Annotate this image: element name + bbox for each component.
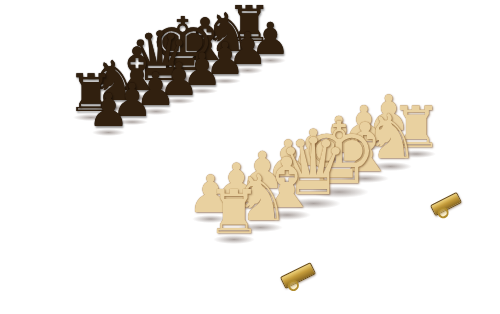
- rank-labels-right: 87654321: [255, 21, 461, 145]
- file-label-h: H: [424, 150, 463, 170]
- file-label-g: G: [194, 28, 224, 43]
- piece-black-pawn-d7: ♟: [156, 57, 201, 102]
- piece-black-knight-g8: ♞: [201, 6, 254, 59]
- piece-black-pawn-a7: ♟: [85, 87, 131, 133]
- piece-black-pawn-h7: ♟: [248, 17, 292, 61]
- corner-inlay-a8: [44, 98, 63, 110]
- piece-white-pawn-g2: ♟: [339, 100, 388, 149]
- piece-white-pawn-h2: ♟: [364, 89, 413, 138]
- file-label-a: A: [237, 237, 275, 260]
- square-a4: [146, 158, 189, 185]
- square-c1: [262, 188, 311, 218]
- square-b2: [213, 182, 260, 211]
- piece-white-pawn-d2: ♟: [263, 134, 313, 185]
- square-f3: [290, 119, 336, 145]
- corner-inlay-h1: [454, 142, 481, 157]
- square-b8: [96, 87, 135, 110]
- rank-label-8: 8: [255, 21, 285, 38]
- fold-seam: [121, 71, 359, 179]
- square-e3: [266, 130, 312, 157]
- rank-label-4: 4: [128, 172, 159, 194]
- piece-black-bishop-f8: ♝: [176, 11, 235, 70]
- file-labels-top: ABCDEFGH: [59, 19, 246, 103]
- square-d8: [141, 67, 180, 90]
- square-e2: [289, 147, 337, 175]
- piece-black-rook-h8: ♜: [225, 0, 274, 49]
- square-c5: [175, 120, 218, 146]
- rank-label-3: 3: [368, 90, 404, 110]
- piece-black-queen-d8: ♛: [126, 23, 194, 91]
- file-label-g: G: [398, 162, 437, 183]
- square-d7: [160, 81, 200, 104]
- square-c7: [137, 91, 177, 115]
- piece-white-bishop-f1: ♝: [331, 114, 399, 182]
- square-a6: [108, 126, 149, 151]
- file-label-f: F: [172, 38, 202, 53]
- square-g3: [314, 108, 361, 134]
- piece-black-pawn-e7: ♟: [179, 47, 224, 92]
- square-g2: [339, 124, 387, 151]
- chess-set-photo: ABCDEFGH ABCDEFGH 87654321 87654321 ♜♞♝♛…: [0, 0, 500, 314]
- piece-white-queen-d1: ♛: [274, 128, 353, 207]
- rank-label-1: 1: [421, 122, 460, 144]
- square-e4: [243, 114, 288, 140]
- rank-label-1: 1: [192, 228, 227, 254]
- piece-white-knight-b1: ♞: [228, 166, 292, 230]
- square-h1: [389, 130, 439, 158]
- piece-white-knight-g1: ♞: [360, 107, 422, 169]
- file-label-a: A: [59, 87, 89, 103]
- file-label-e: E: [346, 187, 384, 208]
- piece-white-pawn-b2: ♟: [211, 157, 262, 208]
- square-f4: [267, 104, 312, 129]
- piece-black-king-e8: ♚: [146, 8, 220, 82]
- file-label-h: H: [216, 19, 246, 34]
- rank-label-3: 3: [148, 190, 181, 213]
- square-c3: [217, 153, 262, 181]
- square-h4: [315, 83, 360, 108]
- square-e5: [222, 99, 265, 124]
- square-h3: [338, 98, 385, 124]
- rank-label-6: 6: [90, 138, 119, 159]
- square-d4: [219, 125, 263, 151]
- square-g1: [364, 141, 414, 169]
- piece-white-rook-a1: ♜: [204, 182, 264, 242]
- rank-label-6: 6: [297, 46, 329, 64]
- piece-white-pawn-f2: ♟: [314, 111, 364, 161]
- square-a7: [91, 111, 130, 135]
- square-b5: [151, 131, 193, 157]
- rank-labels-left: 87654321: [55, 108, 227, 254]
- piece-black-pawn-f7: ♟: [202, 37, 247, 82]
- board-drop-shadow: [38, 15, 498, 306]
- square-g8: [208, 38, 248, 60]
- square-d5: [199, 110, 242, 135]
- playing-area: [71, 27, 443, 245]
- square-e7: [182, 71, 223, 94]
- square-b3: [192, 164, 237, 192]
- square-d6: [179, 95, 221, 119]
- piece-white-king-e1: ♚: [296, 111, 381, 196]
- border-pinstripe: [39, 9, 489, 273]
- square-b6: [132, 116, 173, 141]
- square-e8: [164, 57, 203, 79]
- piece-black-rook-a8: ♜: [65, 68, 117, 120]
- board-side-face: [36, 13, 492, 294]
- square-d1: [288, 176, 337, 206]
- rank-label-7: 7: [276, 33, 307, 50]
- piece-white-pawn-e2: ♟: [288, 123, 338, 173]
- file-label-d: D: [319, 199, 357, 221]
- square-g6: [248, 64, 290, 87]
- file-label-b: B: [82, 77, 112, 93]
- corner-inlay-a1: [219, 252, 244, 269]
- square-b4: [171, 147, 215, 174]
- square-f1: [339, 153, 389, 182]
- piece-white-bishop-c1: ♝: [252, 149, 321, 218]
- file-label-c: C: [292, 212, 330, 234]
- piece-black-pawn-b7: ♟: [109, 77, 155, 123]
- square-b7: [114, 101, 154, 125]
- file-label-f: F: [372, 175, 410, 196]
- square-a1: [210, 212, 258, 243]
- piece-black-pawn-c7: ♟: [133, 67, 179, 113]
- square-c8: [119, 77, 158, 100]
- square-d2: [264, 158, 311, 186]
- square-h8: [230, 29, 270, 50]
- rank-label-4: 4: [343, 75, 378, 94]
- square-h5: [292, 68, 336, 92]
- square-g4: [291, 93, 336, 118]
- file-label-c: C: [105, 67, 135, 83]
- square-b1: [236, 200, 284, 230]
- square-g7: [227, 51, 268, 73]
- square-h6: [270, 54, 313, 77]
- square-a3: [167, 175, 212, 203]
- file-label-e: E: [150, 47, 180, 63]
- square-c6: [155, 105, 196, 130]
- corner-inlay-h8: [241, 12, 261, 23]
- square-f8: [186, 48, 226, 70]
- rank-label-7: 7: [72, 123, 100, 143]
- square-h2: [363, 113, 411, 140]
- square-c4: [195, 136, 239, 163]
- file-labels-bottom: ABCDEFGH: [237, 150, 463, 260]
- square-f5: [246, 89, 289, 113]
- rank-label-5: 5: [108, 155, 138, 176]
- piece-white-rook-h1: ♜: [387, 99, 444, 156]
- rank-label-8: 8: [55, 108, 82, 127]
- square-h7: [249, 41, 290, 63]
- piece-black-bishop-c8: ♝: [107, 40, 167, 100]
- square-f2: [314, 136, 362, 163]
- rank-label-2: 2: [169, 209, 203, 233]
- file-label-b: B: [265, 225, 303, 247]
- rank-label-5: 5: [320, 60, 354, 79]
- file-label-d: D: [128, 57, 158, 73]
- piece-black-knight-b8: ♞: [86, 54, 141, 109]
- square-g5: [269, 78, 313, 102]
- chess-board: ABCDEFGH ABCDEFGH 87654321 87654321: [36, 8, 492, 276]
- square-a5: [127, 142, 169, 168]
- square-c2: [239, 170, 286, 199]
- piece-white-pawn-c2: ♟: [237, 146, 288, 197]
- piece-black-pawn-g7: ♟: [225, 27, 270, 72]
- brass-clasp-left: [280, 262, 316, 289]
- brass-clasp-right: [430, 192, 462, 216]
- square-d3: [241, 141, 287, 168]
- square-a2: [188, 193, 234, 223]
- square-f6: [225, 75, 267, 99]
- square-f7: [205, 61, 246, 84]
- rank-label-2: 2: [394, 106, 432, 127]
- square-e1: [314, 165, 363, 194]
- piece-white-pawn-a2: ♟: [185, 169, 237, 221]
- square-e6: [202, 85, 244, 109]
- square-a8: [73, 97, 111, 120]
- pieces-layer: ♜♞♝♛♚♝♞♜♟♟♟♟♟♟♟♟♟♟♟♟♟♟♟♟♜♞♝♛♚♝♞♜: [0, 0, 500, 314]
